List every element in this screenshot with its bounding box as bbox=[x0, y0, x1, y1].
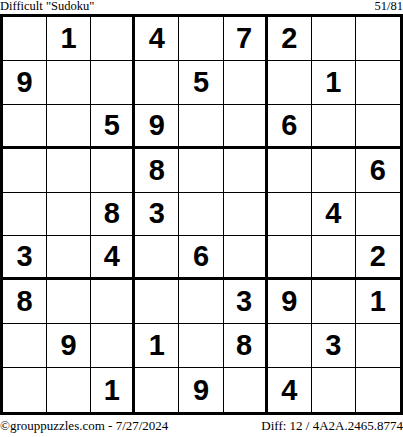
cell-r3c4-given-9[interactable]: 9 bbox=[135, 105, 179, 149]
cell-r8c5-empty[interactable] bbox=[179, 324, 223, 368]
cell-r9c6-empty[interactable] bbox=[224, 368, 268, 412]
cell-r1c6-given-7[interactable]: 7 bbox=[224, 17, 268, 61]
cell-r2c7-empty[interactable] bbox=[268, 61, 312, 105]
cell-r9c4-empty[interactable] bbox=[135, 368, 179, 412]
cell-r4c5-empty[interactable] bbox=[179, 149, 223, 193]
cell-r8c3-empty[interactable] bbox=[91, 324, 135, 368]
cell-r1c4-given-4[interactable]: 4 bbox=[135, 17, 179, 61]
cell-r4c1-empty[interactable] bbox=[3, 149, 47, 193]
cell-r3c3-given-5[interactable]: 5 bbox=[91, 105, 135, 149]
cell-r9c5-given-9[interactable]: 9 bbox=[179, 368, 223, 412]
cell-r1c8-empty[interactable] bbox=[312, 17, 356, 61]
cell-r1c3-empty[interactable] bbox=[91, 17, 135, 61]
cell-r1c1-empty[interactable] bbox=[3, 17, 47, 61]
empty-cell-counter: 51/81 bbox=[375, 0, 403, 13]
cell-r7c7-given-9[interactable]: 9 bbox=[268, 280, 312, 324]
footer: ©grouppuzzles.com - 7/27/2024 Diff: 12 /… bbox=[0, 415, 403, 437]
cell-r2c9-empty[interactable] bbox=[356, 61, 400, 105]
cell-r7c9-given-1[interactable]: 1 bbox=[356, 280, 400, 324]
cell-r4c7-empty[interactable] bbox=[268, 149, 312, 193]
cell-r9c7-given-4[interactable]: 4 bbox=[268, 368, 312, 412]
sudoku-page: Difficult "Sudoku" 51/81 147295159686834… bbox=[0, 0, 403, 437]
difficulty-code: Diff: 12 / 4A2A.2465.8774 bbox=[261, 418, 403, 434]
cell-r8c2-given-9[interactable]: 9 bbox=[47, 324, 91, 368]
cell-r1c2-given-1[interactable]: 1 bbox=[47, 17, 91, 61]
cell-r3c1-empty[interactable] bbox=[3, 105, 47, 149]
cell-r3c2-empty[interactable] bbox=[47, 105, 91, 149]
cell-r7c1-given-8[interactable]: 8 bbox=[3, 280, 47, 324]
cell-r3c9-empty[interactable] bbox=[356, 105, 400, 149]
cell-r1c9-empty[interactable] bbox=[356, 17, 400, 61]
cell-r9c3-given-1[interactable]: 1 bbox=[91, 368, 135, 412]
cell-r1c5-empty[interactable] bbox=[179, 17, 223, 61]
cell-r6c6-empty[interactable] bbox=[224, 236, 268, 280]
cell-r7c2-empty[interactable] bbox=[47, 280, 91, 324]
cell-r5c4-given-3[interactable]: 3 bbox=[135, 193, 179, 237]
cell-r7c8-empty[interactable] bbox=[312, 280, 356, 324]
cell-r6c5-given-6[interactable]: 6 bbox=[179, 236, 223, 280]
cell-r3c8-empty[interactable] bbox=[312, 105, 356, 149]
cell-r6c7-empty[interactable] bbox=[268, 236, 312, 280]
cell-r8c8-given-3[interactable]: 3 bbox=[312, 324, 356, 368]
cell-r5c2-empty[interactable] bbox=[47, 193, 91, 237]
cell-r5c9-empty[interactable] bbox=[356, 193, 400, 237]
sudoku-board: 147295159686834346283919183194 bbox=[0, 14, 403, 415]
cell-r2c2-empty[interactable] bbox=[47, 61, 91, 105]
cell-r4c4-given-8[interactable]: 8 bbox=[135, 149, 179, 193]
cell-r2c1-given-9[interactable]: 9 bbox=[3, 61, 47, 105]
cell-r5c8-given-4[interactable]: 4 bbox=[312, 193, 356, 237]
cell-r3c5-empty[interactable] bbox=[179, 105, 223, 149]
cell-r5c3-given-8[interactable]: 8 bbox=[91, 193, 135, 237]
cell-r9c9-empty[interactable] bbox=[356, 368, 400, 412]
cell-r8c6-given-8[interactable]: 8 bbox=[224, 324, 268, 368]
cell-r7c3-empty[interactable] bbox=[91, 280, 135, 324]
cell-r6c4-empty[interactable] bbox=[135, 236, 179, 280]
cell-r6c9-given-2[interactable]: 2 bbox=[356, 236, 400, 280]
cell-r9c1-empty[interactable] bbox=[3, 368, 47, 412]
cell-r5c5-empty[interactable] bbox=[179, 193, 223, 237]
cell-r7c5-empty[interactable] bbox=[179, 280, 223, 324]
cell-r7c4-empty[interactable] bbox=[135, 280, 179, 324]
cell-r3c6-empty[interactable] bbox=[224, 105, 268, 149]
cell-r2c4-empty[interactable] bbox=[135, 61, 179, 105]
cell-r2c8-given-1[interactable]: 1 bbox=[312, 61, 356, 105]
cell-r5c6-empty[interactable] bbox=[224, 193, 268, 237]
cell-r9c8-empty[interactable] bbox=[312, 368, 356, 412]
cell-r5c7-empty[interactable] bbox=[268, 193, 312, 237]
cell-r2c5-given-5[interactable]: 5 bbox=[179, 61, 223, 105]
copyright-date: ©grouppuzzles.com - 7/27/2024 bbox=[0, 418, 168, 434]
header: Difficult "Sudoku" 51/81 bbox=[0, 0, 403, 14]
cell-r8c9-empty[interactable] bbox=[356, 324, 400, 368]
cell-r6c1-given-3[interactable]: 3 bbox=[3, 236, 47, 280]
cell-r2c6-empty[interactable] bbox=[224, 61, 268, 105]
cell-r4c6-empty[interactable] bbox=[224, 149, 268, 193]
puzzle-title: Difficult "Sudoku" bbox=[0, 0, 94, 13]
cell-r8c7-empty[interactable] bbox=[268, 324, 312, 368]
cell-r1c7-given-2[interactable]: 2 bbox=[268, 17, 312, 61]
cell-r4c8-empty[interactable] bbox=[312, 149, 356, 193]
cell-r8c4-given-1[interactable]: 1 bbox=[135, 324, 179, 368]
cell-r3c7-given-6[interactable]: 6 bbox=[268, 105, 312, 149]
cell-r6c3-given-4[interactable]: 4 bbox=[91, 236, 135, 280]
cell-r7c6-given-3[interactable]: 3 bbox=[224, 280, 268, 324]
cell-r2c3-empty[interactable] bbox=[91, 61, 135, 105]
cell-r5c1-empty[interactable] bbox=[3, 193, 47, 237]
cell-r4c3-empty[interactable] bbox=[91, 149, 135, 193]
cell-r6c8-empty[interactable] bbox=[312, 236, 356, 280]
cell-r4c2-empty[interactable] bbox=[47, 149, 91, 193]
cell-r4c9-given-6[interactable]: 6 bbox=[356, 149, 400, 193]
cell-r6c2-empty[interactable] bbox=[47, 236, 91, 280]
cell-r8c1-empty[interactable] bbox=[3, 324, 47, 368]
cell-r9c2-empty[interactable] bbox=[47, 368, 91, 412]
